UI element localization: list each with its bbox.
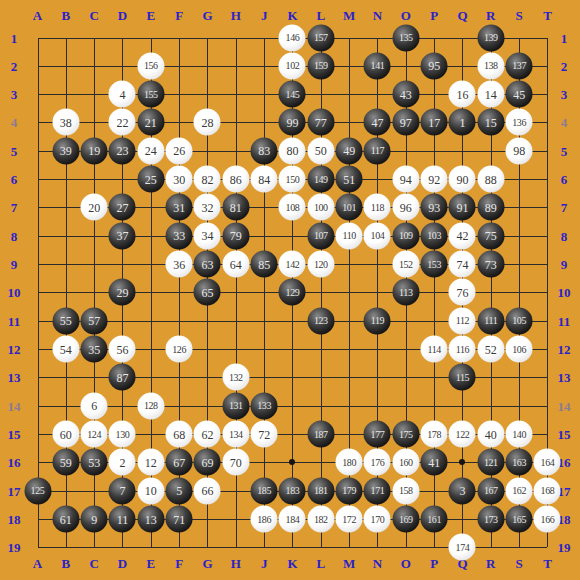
- row-label-left: 19: [8, 541, 21, 554]
- move-number: 172: [342, 514, 356, 524]
- stone-black: 57: [81, 307, 108, 334]
- move-number: 106: [512, 344, 526, 354]
- move-number: 15: [485, 116, 497, 128]
- stone-black: 101: [336, 194, 363, 221]
- row-label-left: 16: [8, 456, 21, 469]
- move-number: 50: [315, 145, 327, 157]
- stone-black: 9: [81, 506, 108, 533]
- stone-black: 31: [166, 194, 193, 221]
- stone-white: 28: [194, 109, 221, 136]
- stone-white: 164: [534, 449, 561, 476]
- move-number: 133: [257, 401, 271, 411]
- row-label-right: 12: [558, 343, 571, 356]
- move-number: 131: [229, 401, 243, 411]
- stone-black: 153: [421, 251, 448, 278]
- move-number: 86: [230, 173, 242, 185]
- stone-white: 90: [449, 166, 476, 193]
- row-label-right: 14: [558, 399, 571, 412]
- col-label-top: C: [89, 9, 98, 22]
- move-number: 152: [399, 259, 413, 269]
- stone-white: 12: [137, 449, 164, 476]
- stone-black: 113: [392, 279, 419, 306]
- move-number: 124: [87, 429, 101, 439]
- row-label-left: 18: [8, 513, 21, 526]
- stone-white: 110: [336, 222, 363, 249]
- stone-white: 56: [109, 336, 136, 363]
- move-number: 165: [512, 514, 526, 524]
- move-number: 178: [427, 429, 441, 439]
- stone-white: 102: [279, 52, 306, 79]
- stone-black: 17: [421, 109, 448, 136]
- stone-black: 61: [52, 506, 79, 533]
- move-number: 29: [116, 286, 128, 298]
- move-number: 96: [400, 201, 412, 213]
- move-number: 115: [456, 372, 469, 382]
- stone-black: 1: [449, 109, 476, 136]
- col-label-top: M: [343, 9, 355, 22]
- stone-black: 91: [449, 194, 476, 221]
- stone-white: 116: [449, 336, 476, 363]
- row-label-right: 4: [561, 116, 568, 129]
- stone-white: 62: [194, 421, 221, 448]
- move-number: 35: [88, 343, 100, 355]
- stone-white: 32: [194, 194, 221, 221]
- stone-white: 184: [279, 506, 306, 533]
- stone-black: 137: [506, 52, 533, 79]
- move-number: 41: [428, 456, 440, 468]
- stone-black: 69: [194, 449, 221, 476]
- stone-white: 14: [477, 81, 504, 108]
- row-label-left: 1: [11, 31, 18, 44]
- stone-black: 89: [477, 194, 504, 221]
- move-number: 59: [60, 456, 72, 468]
- move-number: 176: [371, 457, 385, 467]
- move-number: 167: [484, 486, 498, 496]
- stone-black: 121: [477, 449, 504, 476]
- move-number: 40: [485, 428, 497, 440]
- stone-black: 111: [477, 307, 504, 334]
- stone-white: 158: [392, 477, 419, 504]
- move-number: 181: [314, 486, 328, 496]
- stone-white: 60: [52, 421, 79, 448]
- stone-white: 146: [279, 24, 306, 51]
- stone-black: 19: [81, 137, 108, 164]
- move-number: 26: [173, 145, 185, 157]
- col-label-bottom: C: [89, 557, 98, 570]
- stone-white: 140: [506, 421, 533, 448]
- stone-white: 178: [421, 421, 448, 448]
- move-number: 155: [144, 89, 158, 99]
- move-number: 88: [485, 173, 497, 185]
- move-number: 6: [91, 400, 97, 412]
- move-number: 70: [230, 456, 242, 468]
- stone-white: 86: [222, 166, 249, 193]
- stone-black: 11: [109, 506, 136, 533]
- stone-black: 175: [392, 421, 419, 448]
- stone-white: 162: [506, 477, 533, 504]
- move-number: 185: [257, 486, 271, 496]
- stone-white: 84: [251, 166, 278, 193]
- move-number: 20: [88, 201, 100, 213]
- stone-black: 3: [449, 477, 476, 504]
- move-number: 68: [173, 428, 185, 440]
- move-number: 161: [427, 514, 441, 524]
- stone-black: 67: [166, 449, 193, 476]
- move-number: 114: [427, 344, 440, 354]
- move-number: 9: [91, 513, 97, 525]
- row-label-left: 13: [8, 371, 21, 384]
- move-number: 28: [201, 116, 213, 128]
- move-number: 183: [286, 486, 300, 496]
- stone-white: 124: [81, 421, 108, 448]
- move-number: 136: [512, 117, 526, 127]
- stone-white: 50: [307, 137, 334, 164]
- move-number: 91: [456, 201, 468, 213]
- stone-white: 52: [477, 336, 504, 363]
- stone-white: 168: [534, 477, 561, 504]
- stone-black: 73: [477, 251, 504, 278]
- stone-black: 63: [194, 251, 221, 278]
- move-number: 66: [201, 485, 213, 497]
- go-diagram: AABBCCDDEEFFGGHHJJKKLLMMNNOOPPQQRRSSTT11…: [0, 0, 580, 580]
- move-number: 146: [286, 33, 300, 43]
- stone-white: 106: [506, 336, 533, 363]
- move-number: 122: [456, 429, 470, 439]
- row-label-right: 11: [558, 314, 570, 327]
- stone-white: 24: [137, 137, 164, 164]
- move-number: 32: [201, 201, 213, 213]
- col-label-bottom: L: [316, 557, 325, 570]
- stone-black: 23: [109, 137, 136, 164]
- move-number: 71: [173, 513, 185, 525]
- stone-white: 22: [109, 109, 136, 136]
- move-number: 150: [286, 174, 300, 184]
- row-label-right: 3: [561, 88, 568, 101]
- move-number: 12: [145, 456, 157, 468]
- stone-white: 166: [534, 506, 561, 533]
- move-number: 21: [145, 116, 157, 128]
- row-label-left: 7: [11, 201, 18, 214]
- stone-white: 96: [392, 194, 419, 221]
- move-number: 30: [173, 173, 185, 185]
- move-number: 76: [456, 286, 468, 298]
- stone-white: 160: [392, 449, 419, 476]
- move-number: 11: [117, 513, 129, 525]
- move-number: 130: [116, 429, 130, 439]
- stone-white: 16: [449, 81, 476, 108]
- col-label-bottom: D: [118, 557, 127, 570]
- move-number: 43: [400, 88, 412, 100]
- stone-black: 81: [222, 194, 249, 221]
- move-number: 90: [456, 173, 468, 185]
- move-number: 149: [314, 174, 328, 184]
- move-number: 121: [484, 457, 498, 467]
- move-number: 112: [456, 316, 469, 326]
- row-label-left: 10: [8, 286, 21, 299]
- move-number: 85: [258, 258, 270, 270]
- move-number: 101: [342, 202, 356, 212]
- stone-black: 95: [421, 52, 448, 79]
- move-number: 23: [116, 145, 128, 157]
- row-label-right: 10: [558, 286, 571, 299]
- row-label-right: 7: [561, 201, 568, 214]
- stone-black: 65: [194, 279, 221, 306]
- move-number: 39: [60, 145, 72, 157]
- stone-black: 133: [251, 392, 278, 419]
- stone-black: 167: [477, 477, 504, 504]
- stone-black: 59: [52, 449, 79, 476]
- move-number: 180: [342, 457, 356, 467]
- stone-black: 45: [506, 81, 533, 108]
- stone-black: 187: [307, 421, 334, 448]
- move-number: 99: [286, 116, 298, 128]
- move-number: 19: [88, 145, 100, 157]
- stone-white: 104: [364, 222, 391, 249]
- move-number: 175: [399, 429, 413, 439]
- stone-black: 179: [336, 477, 363, 504]
- stone-black: 157: [307, 24, 334, 51]
- stone-white: 20: [81, 194, 108, 221]
- move-number: 164: [541, 457, 555, 467]
- col-label-top: T: [543, 9, 552, 22]
- stone-white: 122: [449, 421, 476, 448]
- stone-white: 92: [421, 166, 448, 193]
- stone-white: 182: [307, 506, 334, 533]
- move-number: 145: [286, 89, 300, 99]
- move-number: 137: [512, 61, 526, 71]
- stone-black: 37: [109, 222, 136, 249]
- stone-black: 159: [307, 52, 334, 79]
- move-number: 158: [399, 486, 413, 496]
- move-number: 5: [176, 485, 182, 497]
- col-label-bottom: N: [373, 557, 382, 570]
- stone-black: 185: [251, 477, 278, 504]
- stone-black: 77: [307, 109, 334, 136]
- move-number: 73: [485, 258, 497, 270]
- stone-white: 26: [166, 137, 193, 164]
- stone-black: 93: [421, 194, 448, 221]
- stone-white: 138: [477, 52, 504, 79]
- move-number: 166: [541, 514, 555, 524]
- stone-white: 64: [222, 251, 249, 278]
- move-number: 33: [173, 230, 185, 242]
- stone-black: 5: [166, 477, 193, 504]
- move-number: 38: [60, 116, 72, 128]
- move-number: 92: [428, 173, 440, 185]
- stone-black: 83: [251, 137, 278, 164]
- move-number: 103: [427, 231, 441, 241]
- stone-white: 30: [166, 166, 193, 193]
- move-number: 169: [399, 514, 413, 524]
- stone-white: 118: [364, 194, 391, 221]
- move-number: 25: [145, 173, 157, 185]
- stone-white: 130: [109, 421, 136, 448]
- stone-black: 119: [364, 307, 391, 334]
- move-number: 142: [286, 259, 300, 269]
- col-label-top: N: [373, 9, 382, 22]
- stone-white: 100: [307, 194, 334, 221]
- move-number: 129: [286, 287, 300, 297]
- col-label-top: P: [430, 9, 438, 22]
- stone-black: 53: [81, 449, 108, 476]
- row-label-left: 4: [11, 116, 18, 129]
- row-label-left: 11: [8, 314, 20, 327]
- stone-black: 33: [166, 222, 193, 249]
- stone-black: 87: [109, 364, 136, 391]
- move-number: 120: [314, 259, 328, 269]
- move-number: 16: [456, 88, 468, 100]
- move-number: 104: [371, 231, 385, 241]
- move-number: 74: [456, 258, 468, 270]
- stone-black: 149: [307, 166, 334, 193]
- stone-white: 120: [307, 251, 334, 278]
- stone-black: 7: [109, 477, 136, 504]
- move-number: 83: [258, 145, 270, 157]
- col-label-bottom: K: [287, 557, 297, 570]
- move-number: 128: [144, 401, 158, 411]
- move-number: 80: [286, 145, 298, 157]
- stone-black: 125: [24, 477, 51, 504]
- move-number: 75: [485, 230, 497, 242]
- stone-black: 47: [364, 109, 391, 136]
- col-label-bottom: S: [516, 557, 523, 570]
- move-number: 13: [145, 513, 157, 525]
- stone-black: 51: [336, 166, 363, 193]
- row-label-right: 13: [558, 371, 571, 384]
- col-label-bottom: J: [261, 557, 268, 570]
- move-number: 162: [512, 486, 526, 496]
- stone-black: 183: [279, 477, 306, 504]
- move-number: 72: [258, 428, 270, 440]
- move-number: 14: [485, 88, 497, 100]
- col-label-bottom: E: [146, 557, 155, 570]
- row-label-left: 12: [8, 343, 21, 356]
- move-number: 173: [484, 514, 498, 524]
- col-label-bottom: A: [33, 557, 42, 570]
- stone-white: 4: [109, 81, 136, 108]
- move-number: 42: [456, 230, 468, 242]
- move-number: 52: [485, 343, 497, 355]
- stone-white: 128: [137, 392, 164, 419]
- stone-white: 180: [336, 449, 363, 476]
- move-number: 64: [230, 258, 242, 270]
- move-number: 95: [428, 60, 440, 72]
- stone-white: 10: [137, 477, 164, 504]
- move-number: 4: [119, 88, 125, 100]
- move-number: 7: [119, 485, 125, 497]
- row-label-left: 15: [8, 428, 21, 441]
- move-number: 79: [230, 230, 242, 242]
- move-number: 168: [541, 486, 555, 496]
- move-number: 51: [343, 173, 355, 185]
- grid-line-horizontal: [38, 406, 548, 407]
- stone-white: 38: [52, 109, 79, 136]
- move-number: 87: [116, 371, 128, 383]
- stone-white: 150: [279, 166, 306, 193]
- stone-black: 35: [81, 336, 108, 363]
- row-label-left: 2: [11, 59, 18, 72]
- move-number: 187: [314, 429, 328, 439]
- move-number: 63: [201, 258, 213, 270]
- move-number: 81: [230, 201, 242, 213]
- move-number: 117: [371, 146, 384, 156]
- stone-white: 2: [109, 449, 136, 476]
- move-number: 89: [485, 201, 497, 213]
- stone-white: 108: [279, 194, 306, 221]
- stone-black: 131: [222, 392, 249, 419]
- stone-white: 6: [81, 392, 108, 419]
- move-number: 184: [286, 514, 300, 524]
- stone-white: 80: [279, 137, 306, 164]
- stone-white: 132: [222, 364, 249, 391]
- stone-black: 177: [364, 421, 391, 448]
- stone-white: 34: [194, 222, 221, 249]
- col-label-top: B: [61, 9, 70, 22]
- col-label-top: K: [287, 9, 297, 22]
- move-number: 57: [88, 315, 100, 327]
- move-number: 2: [119, 456, 125, 468]
- row-label-right: 5: [561, 144, 568, 157]
- col-label-bottom: F: [175, 557, 183, 570]
- move-number: 82: [201, 173, 213, 185]
- move-number: 174: [456, 542, 470, 552]
- stone-black: 55: [52, 307, 79, 334]
- stone-black: 161: [421, 506, 448, 533]
- col-label-top: E: [146, 9, 155, 22]
- stone-white: 174: [449, 534, 476, 561]
- row-label-left: 8: [11, 229, 18, 242]
- row-label-right: 8: [561, 229, 568, 242]
- col-label-bottom: B: [61, 557, 70, 570]
- stone-black: 21: [137, 109, 164, 136]
- move-number: 110: [342, 231, 355, 241]
- move-number: 141: [371, 61, 385, 71]
- col-label-bottom: P: [430, 557, 438, 570]
- move-number: 61: [60, 513, 72, 525]
- move-number: 123: [314, 316, 328, 326]
- move-number: 118: [371, 202, 384, 212]
- move-number: 157: [314, 33, 328, 43]
- stone-black: 169: [392, 506, 419, 533]
- move-number: 60: [60, 428, 72, 440]
- col-label-top: Q: [457, 9, 467, 22]
- move-number: 65: [201, 286, 213, 298]
- move-number: 108: [286, 202, 300, 212]
- row-label-right: 9: [561, 258, 568, 271]
- stone-black: 109: [392, 222, 419, 249]
- stone-white: 134: [222, 421, 249, 448]
- move-number: 140: [512, 429, 526, 439]
- stone-white: 156: [137, 52, 164, 79]
- move-number: 56: [116, 343, 128, 355]
- stone-white: 36: [166, 251, 193, 278]
- move-number: 62: [201, 428, 213, 440]
- move-number: 97: [400, 116, 412, 128]
- col-label-top: O: [401, 9, 411, 22]
- col-label-top: L: [316, 9, 325, 22]
- stone-white: 70: [222, 449, 249, 476]
- stone-black: 139: [477, 24, 504, 51]
- move-number: 153: [427, 259, 441, 269]
- move-number: 105: [512, 316, 526, 326]
- stone-black: 181: [307, 477, 334, 504]
- stone-white: 74: [449, 251, 476, 278]
- col-label-top: S: [516, 9, 523, 22]
- stone-white: 114: [421, 336, 448, 363]
- col-label-bottom: M: [343, 557, 355, 570]
- stone-white: 66: [194, 477, 221, 504]
- move-number: 113: [399, 287, 412, 297]
